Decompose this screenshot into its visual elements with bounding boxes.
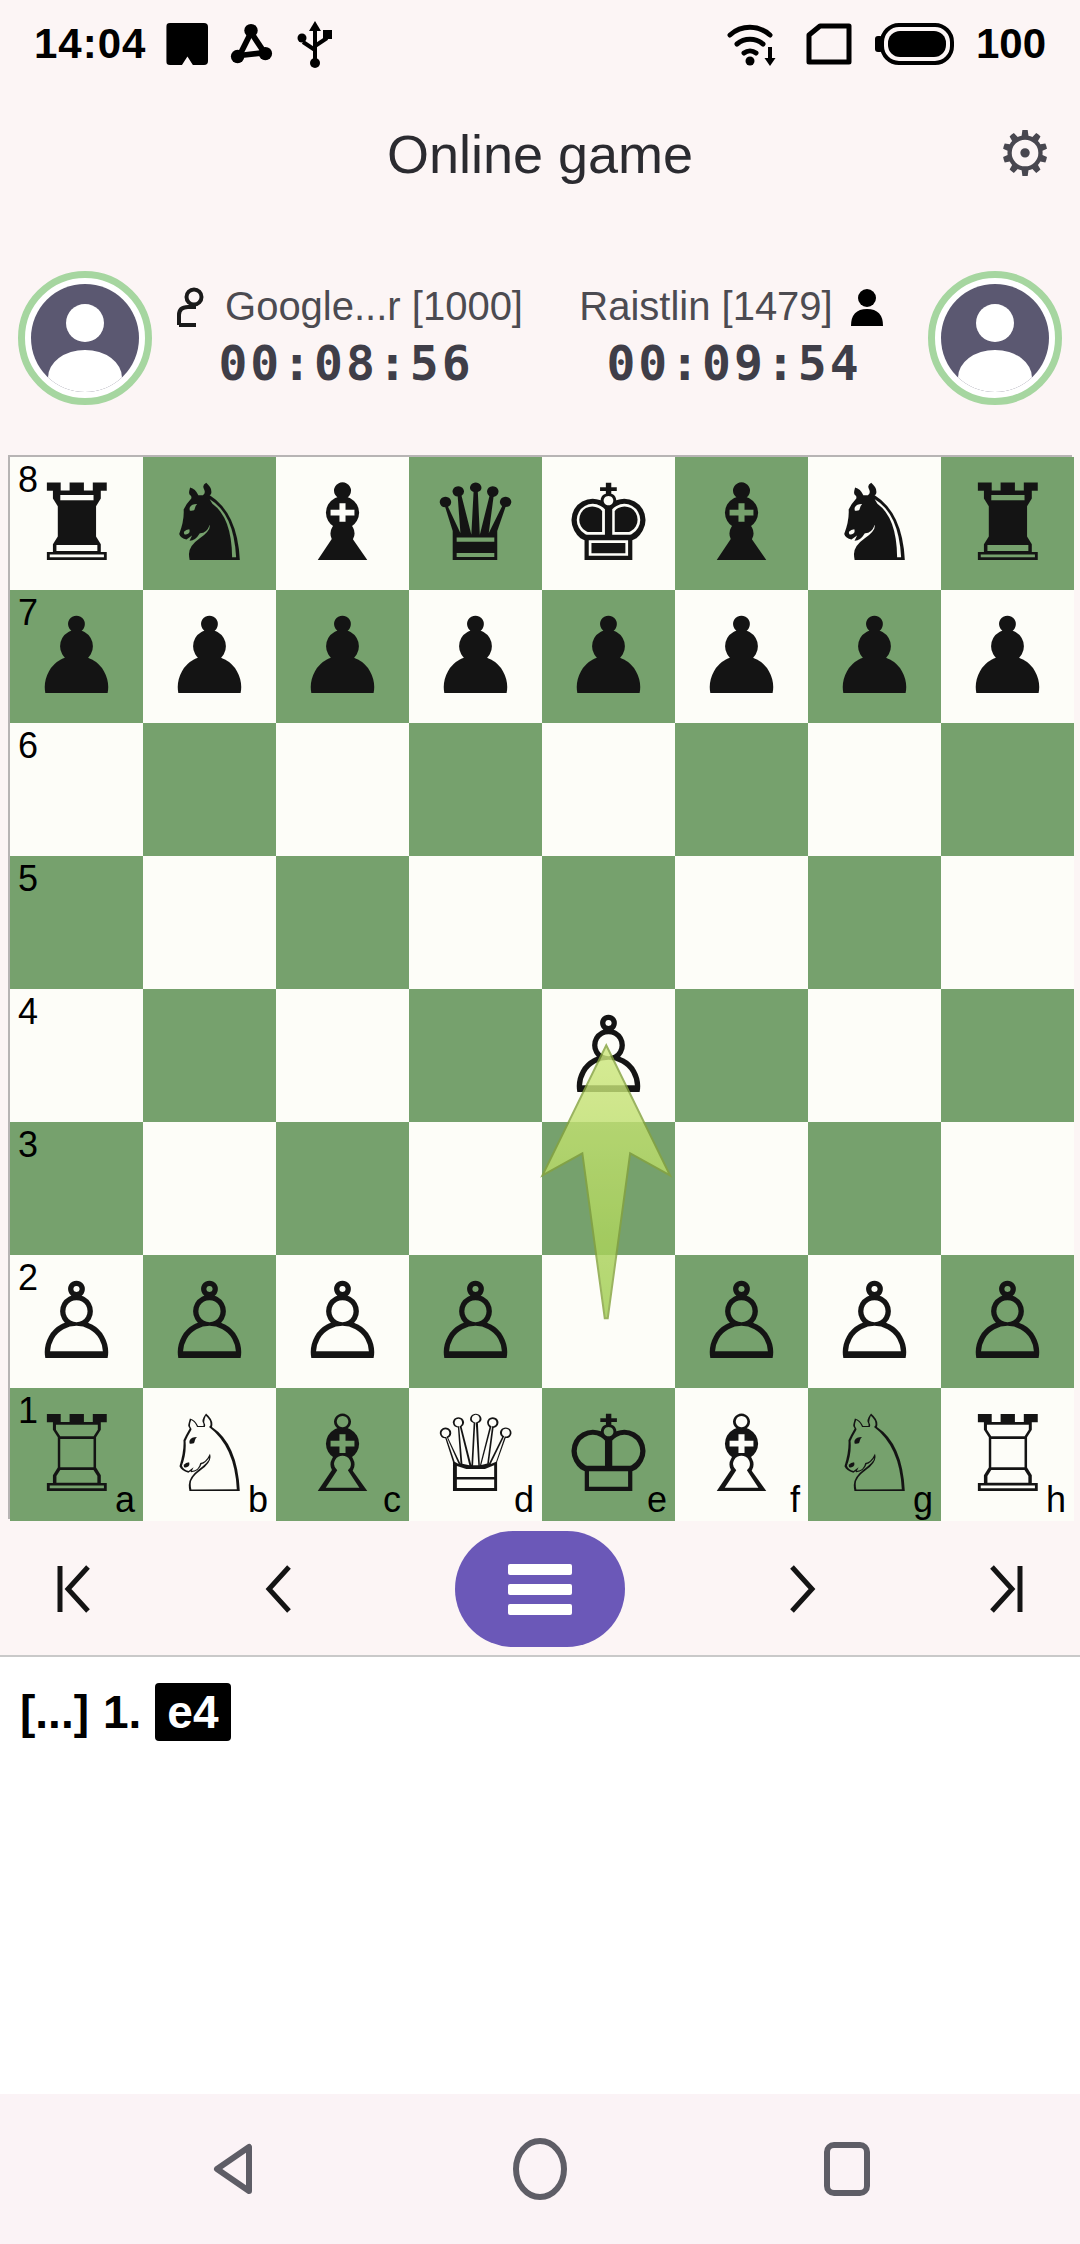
left-player-name: Google...r [1000]	[225, 284, 523, 329]
square-h2[interactable]: ♙	[941, 1255, 1074, 1388]
piece-P: ♙	[143, 1255, 276, 1388]
next-move-button[interactable]	[786, 1558, 822, 1620]
left-player-clock: 00:08:56	[218, 335, 473, 391]
square-c8[interactable]: ♝	[276, 457, 409, 590]
rank-label: 1	[18, 1390, 38, 1432]
square-h5[interactable]	[941, 856, 1074, 989]
piece-q: ♛	[409, 457, 542, 590]
piece-p: ♟	[409, 590, 542, 723]
header: Online game ⚙	[0, 88, 1080, 220]
piece-p: ♟	[542, 590, 675, 723]
square-h1[interactable]: h♖	[941, 1388, 1074, 1521]
square-f4[interactable]	[675, 989, 808, 1122]
square-c2[interactable]: ♙	[276, 1255, 409, 1388]
chess-board: 8♜♞♝♛♚♝♞♜7♟♟♟♟♟♟♟♟654♙32♙♙♙♙♙♙♙1a♖b♘c♗d♕…	[8, 455, 1072, 1519]
square-d5[interactable]	[409, 856, 542, 989]
current-move[interactable]: e4	[155, 1683, 230, 1741]
piece-p: ♟	[941, 590, 1074, 723]
empty-area	[0, 1767, 1080, 2094]
piece-k: ♚	[542, 457, 675, 590]
square-h6[interactable]	[941, 723, 1074, 856]
square-c5[interactable]	[276, 856, 409, 989]
last-move-button[interactable]	[982, 1558, 1028, 1620]
piece-P: ♙	[675, 1255, 808, 1388]
square-b8[interactable]: ♞	[143, 457, 276, 590]
piece-P: ♙	[941, 1255, 1074, 1388]
square-f5[interactable]	[675, 856, 808, 989]
piece-B: ♗	[675, 1388, 808, 1521]
square-h4[interactable]	[941, 989, 1074, 1122]
file-label: h	[1046, 1479, 1066, 1521]
person-filled-icon	[845, 285, 889, 329]
square-b5[interactable]	[143, 856, 276, 989]
square-a2[interactable]: 2♙	[10, 1255, 143, 1388]
rank-label: 8	[18, 459, 38, 501]
square-e6[interactable]	[542, 723, 675, 856]
square-e8[interactable]: ♚	[542, 457, 675, 590]
square-f6[interactable]	[675, 723, 808, 856]
square-e5[interactable]	[542, 856, 675, 989]
square-d6[interactable]	[409, 723, 542, 856]
person-outline-icon	[169, 285, 213, 329]
square-a8[interactable]: 8♜	[10, 457, 143, 590]
square-d1[interactable]: d♕	[409, 1388, 542, 1521]
battery-percent: 100	[976, 20, 1046, 68]
square-e3[interactable]	[542, 1122, 675, 1255]
square-f2[interactable]: ♙	[675, 1255, 808, 1388]
square-b7[interactable]: ♟	[143, 590, 276, 723]
piece-b: ♝	[675, 457, 808, 590]
right-player-avatar	[928, 271, 1062, 405]
app-notch-icon	[166, 23, 208, 65]
square-b6[interactable]	[143, 723, 276, 856]
square-a3[interactable]: 3	[10, 1122, 143, 1255]
status-time: 14:04	[34, 20, 146, 68]
square-a7[interactable]: 7♟	[10, 590, 143, 723]
status-bar: 14:04	[0, 0, 1080, 88]
file-label: d	[514, 1479, 534, 1521]
square-a5[interactable]: 5	[10, 856, 143, 989]
piece-P: ♙	[542, 989, 675, 1122]
square-c4[interactable]	[276, 989, 409, 1122]
square-f1[interactable]: f♗	[675, 1388, 808, 1521]
rank-label: 5	[18, 858, 38, 900]
players-row: Google...r [1000] 00:08:56 Raistlin [147…	[0, 220, 1080, 455]
square-c7[interactable]: ♟	[276, 590, 409, 723]
rank-label: 2	[18, 1257, 38, 1299]
square-b2[interactable]: ♙	[143, 1255, 276, 1388]
file-label: f	[790, 1479, 800, 1521]
android-nav-bar	[0, 2094, 1080, 2244]
square-h7[interactable]: ♟	[941, 590, 1074, 723]
square-c6[interactable]	[276, 723, 409, 856]
piece-n: ♞	[808, 457, 941, 590]
file-label: g	[913, 1479, 933, 1521]
file-label: a	[115, 1479, 135, 1521]
square-b4[interactable]	[143, 989, 276, 1122]
square-a4[interactable]: 4	[10, 989, 143, 1122]
square-h3[interactable]	[941, 1122, 1074, 1255]
square-e1[interactable]: e♔	[542, 1388, 675, 1521]
square-h8[interactable]: ♜	[941, 457, 1074, 590]
piece-p: ♟	[143, 590, 276, 723]
moves-placeholder[interactable]: [...]	[20, 1685, 89, 1739]
square-e4[interactable]: ♙	[542, 989, 675, 1122]
rank-label: 6	[18, 725, 38, 767]
square-g2[interactable]: ♙	[808, 1255, 941, 1388]
piece-b: ♝	[276, 457, 409, 590]
square-f7[interactable]: ♟	[675, 590, 808, 723]
square-b1[interactable]: b♘	[143, 1388, 276, 1521]
left-player-avatar	[18, 271, 152, 405]
move-nav	[0, 1523, 1080, 1655]
gear-icon: ⚙	[997, 123, 1053, 185]
file-label: e	[647, 1479, 667, 1521]
piece-n: ♞	[143, 457, 276, 590]
sim-icon	[804, 21, 854, 67]
piece-P: ♙	[808, 1255, 941, 1388]
square-g8[interactable]: ♞	[808, 457, 941, 590]
square-g5[interactable]	[808, 856, 941, 989]
square-d3[interactable]	[409, 1122, 542, 1255]
file-label: b	[248, 1479, 268, 1521]
square-g6[interactable]	[808, 723, 941, 856]
wifi-icon	[726, 21, 784, 67]
rank-label: 7	[18, 592, 38, 634]
square-a1[interactable]: 1a♖	[10, 1388, 143, 1521]
file-label: c	[383, 1479, 401, 1521]
square-f3[interactable]	[675, 1122, 808, 1255]
settings-button[interactable]: ⚙	[970, 123, 1080, 185]
back-icon[interactable]	[205, 2137, 261, 2201]
usb-icon	[294, 20, 336, 68]
square-f8[interactable]: ♝	[675, 457, 808, 590]
menu-button[interactable]	[455, 1531, 625, 1647]
square-g4[interactable]	[808, 989, 941, 1122]
square-g1[interactable]: g♘	[808, 1388, 941, 1521]
square-d7[interactable]: ♟	[409, 590, 542, 723]
right-player: Raistlin [1479] 00:09:54	[540, 284, 928, 391]
square-c1[interactable]: c♗	[276, 1388, 409, 1521]
avatar-icon	[31, 284, 139, 392]
piece-p: ♟	[276, 590, 409, 723]
recents-icon[interactable]	[819, 2137, 875, 2201]
piece-P: ♙	[276, 1255, 409, 1388]
rank-label: 4	[18, 991, 38, 1033]
home-icon[interactable]	[508, 2134, 572, 2204]
square-d2[interactable]: ♙	[409, 1255, 542, 1388]
square-d8[interactable]: ♛	[409, 457, 542, 590]
right-player-name: Raistlin [1479]	[579, 284, 832, 329]
move-number: 1.	[103, 1685, 141, 1739]
piece-p: ♟	[808, 590, 941, 723]
piece-P: ♙	[409, 1255, 542, 1388]
moves-list: [...] 1. e4	[0, 1657, 1080, 1767]
square-g7[interactable]: ♟	[808, 590, 941, 723]
hub-icon	[228, 21, 274, 67]
square-c3[interactable]	[276, 1122, 409, 1255]
right-player-clock: 00:09:54	[606, 335, 861, 391]
square-g3[interactable]	[808, 1122, 941, 1255]
square-e2[interactable]	[542, 1255, 675, 1388]
square-d4[interactable]	[409, 989, 542, 1122]
previous-move-button[interactable]	[259, 1558, 295, 1620]
page-title: Online game	[110, 123, 970, 185]
first-move-button[interactable]	[52, 1558, 98, 1620]
hamburger-icon	[508, 1564, 572, 1615]
battery-icon	[874, 21, 956, 67]
piece-r: ♜	[941, 457, 1074, 590]
left-player: Google...r [1000] 00:08:56	[152, 284, 540, 391]
square-e7[interactable]: ♟	[542, 590, 675, 723]
square-a6[interactable]: 6	[10, 723, 143, 856]
avatar-icon	[941, 284, 1049, 392]
piece-p: ♟	[675, 590, 808, 723]
board-section: 8♜♞♝♛♚♝♞♜7♟♟♟♟♟♟♟♟654♙32♙♙♙♙♙♙♙1a♖b♘c♗d♕…	[0, 455, 1080, 1523]
square-b3[interactable]	[143, 1122, 276, 1255]
rank-label: 3	[18, 1124, 38, 1166]
